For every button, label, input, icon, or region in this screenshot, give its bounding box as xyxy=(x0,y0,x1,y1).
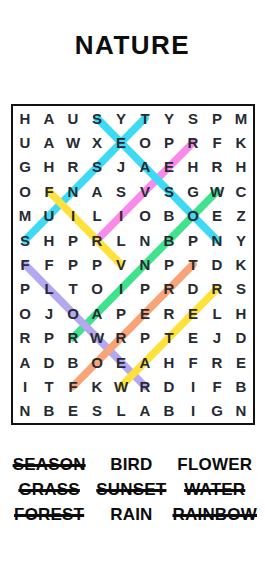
cell-r11c0[interactable]: I xyxy=(13,374,37,398)
cell-r11c2[interactable]: F xyxy=(61,374,85,398)
cell-r5c1[interactable]: H xyxy=(37,228,61,252)
cell-r11c5[interactable]: R xyxy=(133,374,157,398)
cell-r4c1[interactable]: U xyxy=(37,204,61,228)
cell-r6c8[interactable]: D xyxy=(205,252,229,276)
cell-r5c2[interactable]: P xyxy=(61,228,85,252)
cell-r7c2[interactable]: T xyxy=(61,277,85,301)
cell-r0c0[interactable]: H xyxy=(13,106,37,130)
cell-r3c5[interactable]: V xyxy=(133,179,157,203)
cell-r0c4[interactable]: Y xyxy=(109,106,133,130)
cell-r3c1[interactable]: F xyxy=(37,179,61,203)
cell-r6c7[interactable]: T xyxy=(181,252,205,276)
cell-r10c4[interactable]: E xyxy=(109,350,133,374)
cell-r12c8[interactable]: G xyxy=(205,399,229,423)
cell-r2c5[interactable]: A xyxy=(133,155,157,179)
cell-r3c0[interactable]: O xyxy=(13,179,37,203)
cell-r4c8[interactable]: E xyxy=(205,204,229,228)
cell-r9c4[interactable]: R xyxy=(109,325,133,349)
cell-r1c9[interactable]: K xyxy=(229,130,253,154)
cell-r10c8[interactable]: R xyxy=(205,350,229,374)
cell-r4c7[interactable]: O xyxy=(181,204,205,228)
cell-r4c9[interactable]: Z xyxy=(229,204,253,228)
cell-r6c2[interactable]: P xyxy=(61,252,85,276)
cell-r7c0[interactable]: P xyxy=(13,277,37,301)
cell-r10c7[interactable]: F xyxy=(181,350,205,374)
cell-r12c5[interactable]: A xyxy=(133,399,157,423)
cell-r2c1[interactable]: H xyxy=(37,155,61,179)
word-bird: BIRD xyxy=(90,455,172,475)
cell-r3c2[interactable]: N xyxy=(61,179,85,203)
cell-r9c1[interactable]: P xyxy=(37,325,61,349)
cell-r0c6[interactable]: Y xyxy=(157,106,181,130)
word-list: SEASONBIRDFLOWERGRASSSUNSETWATERFORESTRA… xyxy=(8,455,257,525)
cell-r7c9[interactable]: S xyxy=(229,277,253,301)
cell-r2c6[interactable]: E xyxy=(157,155,181,179)
cell-r3c8[interactable]: W xyxy=(205,179,229,203)
cell-r11c3[interactable]: K xyxy=(85,374,109,398)
cell-r11c8[interactable]: F xyxy=(205,374,229,398)
cell-r6c3[interactable]: P xyxy=(85,252,109,276)
word-season: SEASON xyxy=(8,455,90,475)
cell-r2c8[interactable]: R xyxy=(205,155,229,179)
cell-r0c5[interactable]: T xyxy=(133,106,157,130)
cell-r1c2[interactable]: W xyxy=(61,130,85,154)
cell-r9c9[interactable]: D xyxy=(229,325,253,349)
cell-r4c3[interactable]: L xyxy=(85,204,109,228)
word-search-board[interactable]: HAUSYTYSPMUAWXEOPRFKGHRSJAEHRHOFNASVSGWC… xyxy=(11,104,255,425)
cell-r7c5[interactable]: P xyxy=(133,277,157,301)
cell-r1c5[interactable]: O xyxy=(133,130,157,154)
cell-r7c3[interactable]: O xyxy=(85,277,109,301)
cell-r10c1[interactable]: D xyxy=(37,350,61,374)
word-flower: FLOWER xyxy=(173,455,258,475)
cell-r7c6[interactable]: R xyxy=(157,277,181,301)
cell-r4c2[interactable]: I xyxy=(61,204,85,228)
cell-r10c0[interactable]: A xyxy=(13,350,37,374)
cell-r2c4[interactable]: J xyxy=(109,155,133,179)
cell-r1c7[interactable]: R xyxy=(181,130,205,154)
cell-r7c7[interactable]: D xyxy=(181,277,205,301)
cell-r3c6[interactable]: S xyxy=(157,179,181,203)
word-water: WATER xyxy=(173,480,258,500)
word-forest: FOREST xyxy=(8,505,90,525)
cell-r12c3[interactable]: S xyxy=(85,399,109,423)
cell-r8c9[interactable]: H xyxy=(229,301,253,325)
word-rain: RAIN xyxy=(90,505,172,525)
cell-r8c3[interactable]: A xyxy=(85,301,109,325)
cell-r0c1[interactable]: A xyxy=(37,106,61,130)
cell-r1c8[interactable]: F xyxy=(205,130,229,154)
cell-r1c1[interactable]: A xyxy=(37,130,61,154)
cell-r9c0[interactable]: R xyxy=(13,325,37,349)
cell-r12c0[interactable]: N xyxy=(13,399,37,423)
cell-r2c0[interactable]: G xyxy=(13,155,37,179)
cell-r0c2[interactable]: U xyxy=(61,106,85,130)
cell-r7c8[interactable]: R xyxy=(205,277,229,301)
cell-r8c2[interactable]: O xyxy=(61,301,85,325)
cell-r5c9[interactable]: Y xyxy=(229,228,253,252)
cell-r8c5[interactable]: E xyxy=(133,301,157,325)
cell-r7c4[interactable]: I xyxy=(109,277,133,301)
cell-r0c9[interactable]: M xyxy=(229,106,253,130)
cell-r10c3[interactable]: O xyxy=(85,350,109,374)
cell-r11c4[interactable]: W xyxy=(109,374,133,398)
cell-r1c0[interactable]: U xyxy=(13,130,37,154)
cell-r2c7[interactable]: H xyxy=(181,155,205,179)
cell-r12c7[interactable]: I xyxy=(181,399,205,423)
cell-r6c9[interactable]: K xyxy=(229,252,253,276)
cell-r6c1[interactable]: F xyxy=(37,252,61,276)
cell-r0c3[interactable]: S xyxy=(85,106,109,130)
cell-r0c8[interactable]: P xyxy=(205,106,229,130)
cell-r5c5[interactable]: N xyxy=(133,228,157,252)
cell-r12c4[interactable]: L xyxy=(109,399,133,423)
cell-r9c6[interactable]: T xyxy=(157,325,181,349)
puzzle-title: NATURE xyxy=(0,30,265,61)
cell-r3c9[interactable]: C xyxy=(229,179,253,203)
cell-r3c7[interactable]: G xyxy=(181,179,205,203)
cell-r11c7[interactable]: I xyxy=(181,374,205,398)
cell-r1c6[interactable]: P xyxy=(157,130,181,154)
cell-r11c6[interactable]: D xyxy=(157,374,181,398)
cell-r6c6[interactable]: P xyxy=(157,252,181,276)
cell-r4c5[interactable]: O xyxy=(133,204,157,228)
cell-r12c2[interactable]: E xyxy=(61,399,85,423)
cell-r1c4[interactable]: E xyxy=(109,130,133,154)
word-grass: GRASS xyxy=(8,480,90,500)
word-rainbow: RAINBOW xyxy=(173,505,258,525)
cell-r8c6[interactable]: R xyxy=(157,301,181,325)
cell-r7c1[interactable]: L xyxy=(37,277,61,301)
cell-r10c5[interactable]: A xyxy=(133,350,157,374)
cell-r9c8[interactable]: J xyxy=(205,325,229,349)
cell-r3c4[interactable]: S xyxy=(109,179,133,203)
cell-r10c6[interactable]: H xyxy=(157,350,181,374)
cell-r11c9[interactable]: B xyxy=(229,374,253,398)
cell-r8c1[interactable]: J xyxy=(37,301,61,325)
word-sunset: SUNSET xyxy=(90,480,172,500)
cell-r10c2[interactable]: B xyxy=(61,350,85,374)
cell-r5c7[interactable]: P xyxy=(181,228,205,252)
cell-r12c6[interactable]: B xyxy=(157,399,181,423)
letter-grid[interactable]: HAUSYTYSPMUAWXEOPRFKGHRSJAEHRHOFNASVSGWC… xyxy=(13,106,253,423)
cell-r4c6[interactable]: B xyxy=(157,204,181,228)
word-search-app: NATURE HAUSYTYSPMUAWXEOPRFKGHRSJAEHRHOFN… xyxy=(0,0,265,574)
cell-r5c4[interactable]: L xyxy=(109,228,133,252)
cell-r12c1[interactable]: B xyxy=(37,399,61,423)
cell-r6c0[interactable]: F xyxy=(13,252,37,276)
cell-r2c3[interactable]: S xyxy=(85,155,109,179)
cell-r6c4[interactable]: V xyxy=(109,252,133,276)
cell-r12c9[interactable]: N xyxy=(229,399,253,423)
cell-r3c3[interactable]: A xyxy=(85,179,109,203)
cell-r6c5[interactable]: N xyxy=(133,252,157,276)
cell-r9c5[interactable]: P xyxy=(133,325,157,349)
cell-r2c2[interactable]: R xyxy=(61,155,85,179)
cell-r8c8[interactable]: L xyxy=(205,301,229,325)
cell-r8c4[interactable]: P xyxy=(109,301,133,325)
cell-r0c7[interactable]: S xyxy=(181,106,205,130)
cell-r5c8[interactable]: N xyxy=(205,228,229,252)
cell-r10c9[interactable]: E xyxy=(229,350,253,374)
cell-r4c4[interactable]: I xyxy=(109,204,133,228)
cell-r11c1[interactable]: T xyxy=(37,374,61,398)
cell-r8c7[interactable]: E xyxy=(181,301,205,325)
cell-r5c0[interactable]: S xyxy=(13,228,37,252)
cell-r8c0[interactable]: O xyxy=(13,301,37,325)
cell-r1c3[interactable]: X xyxy=(85,130,109,154)
cell-r9c3[interactable]: W xyxy=(85,325,109,349)
cell-r2c9[interactable]: H xyxy=(229,155,253,179)
cell-r5c6[interactable]: B xyxy=(157,228,181,252)
cell-r5c3[interactable]: R xyxy=(85,228,109,252)
cell-r9c7[interactable]: E xyxy=(181,325,205,349)
cell-r9c2[interactable]: R xyxy=(61,325,85,349)
cell-r4c0[interactable]: M xyxy=(13,204,37,228)
